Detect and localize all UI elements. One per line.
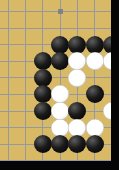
- black-stone[interactable]: [34, 52, 52, 70]
- white-stone[interactable]: [68, 69, 86, 87]
- black-stone[interactable]: [51, 36, 69, 54]
- board-bottom-edge-band: [0, 161, 119, 170]
- black-stone[interactable]: [51, 135, 69, 153]
- black-stone[interactable]: [34, 102, 52, 120]
- black-stone[interactable]: [68, 102, 86, 120]
- white-stone[interactable]: [68, 119, 86, 137]
- black-stone[interactable]: [34, 135, 52, 153]
- black-stone[interactable]: [51, 52, 69, 70]
- white-stone[interactable]: [51, 102, 69, 120]
- white-stone[interactable]: [68, 52, 86, 70]
- board-grid-line: [0, 28, 111, 29]
- white-stone[interactable]: [51, 119, 69, 137]
- board-grid-line: [25, 0, 26, 161]
- black-stone[interactable]: [34, 85, 52, 103]
- black-stone[interactable]: [86, 36, 104, 54]
- white-stone[interactable]: [86, 119, 104, 137]
- black-stone[interactable]: [86, 135, 104, 153]
- go-board[interactable]: [0, 0, 119, 170]
- star-point-icon: [58, 9, 63, 14]
- black-stone[interactable]: [86, 85, 104, 103]
- board-grid-line: [0, 11, 111, 12]
- black-stone[interactable]: [68, 36, 86, 54]
- black-stone[interactable]: [34, 69, 52, 87]
- board-grid-line: [0, 77, 111, 78]
- white-stone[interactable]: [86, 52, 104, 70]
- black-stone[interactable]: [68, 135, 86, 153]
- board-grid-line: [8, 0, 9, 161]
- board-right-edge-band: [111, 0, 119, 170]
- white-stone[interactable]: [51, 85, 69, 103]
